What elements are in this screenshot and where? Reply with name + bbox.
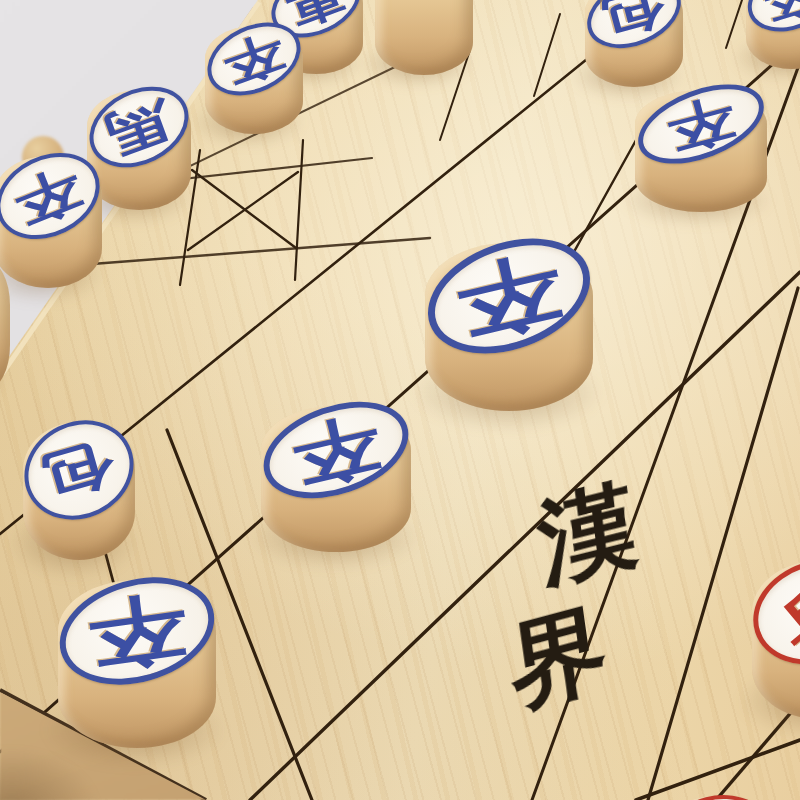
piece-glyph: 卒	[7, 160, 88, 232]
piece-red-piece-bottom[interactable]	[660, 796, 772, 800]
piece-blue-corner-i1[interactable]: 卒	[746, 0, 800, 69]
palace-diagonals	[188, 170, 298, 250]
piece-glyph: 包	[38, 435, 119, 505]
piece-blue-soldier-c3[interactable]: 卒	[261, 406, 411, 552]
piece-blue-cannon-b2[interactable]: 包	[23, 422, 135, 560]
piece-wood-side	[0, 260, 10, 390]
piece-blue-soldier-a1[interactable]: 卒	[0, 156, 102, 288]
piece-glyph: 卒	[286, 408, 386, 492]
piece-wood-side	[375, 0, 473, 75]
piece-blue-soldier-e3[interactable]: 卒	[425, 243, 593, 411]
piece-glyph: 卒	[758, 0, 800, 27]
piece-red-piece-right[interactable]: 兵	[752, 561, 800, 719]
piece-blue-horse-b0[interactable]: 馬	[87, 90, 191, 210]
piece-glyph: 卒	[218, 27, 291, 91]
piece-glyph: 卒	[83, 587, 191, 674]
piece-blue-soldier-g3[interactable]: 卒	[635, 90, 767, 212]
piece-glyph: 馬	[100, 93, 177, 161]
piece-blue-soldier-c0[interactable]: 卒	[205, 26, 303, 134]
piece-blue-soldier-a3[interactable]: 卒	[58, 580, 216, 748]
river-text-jie: 界	[501, 583, 616, 737]
piece-blue-edge-sliver[interactable]	[0, 260, 10, 390]
piece-blue-hidden-e0[interactable]	[375, 0, 473, 75]
piece-glyph: 卒	[449, 246, 568, 347]
piece-blue-cannon-h2[interactable]: 包	[585, 0, 683, 87]
piece-glyph: 卒	[662, 90, 741, 157]
